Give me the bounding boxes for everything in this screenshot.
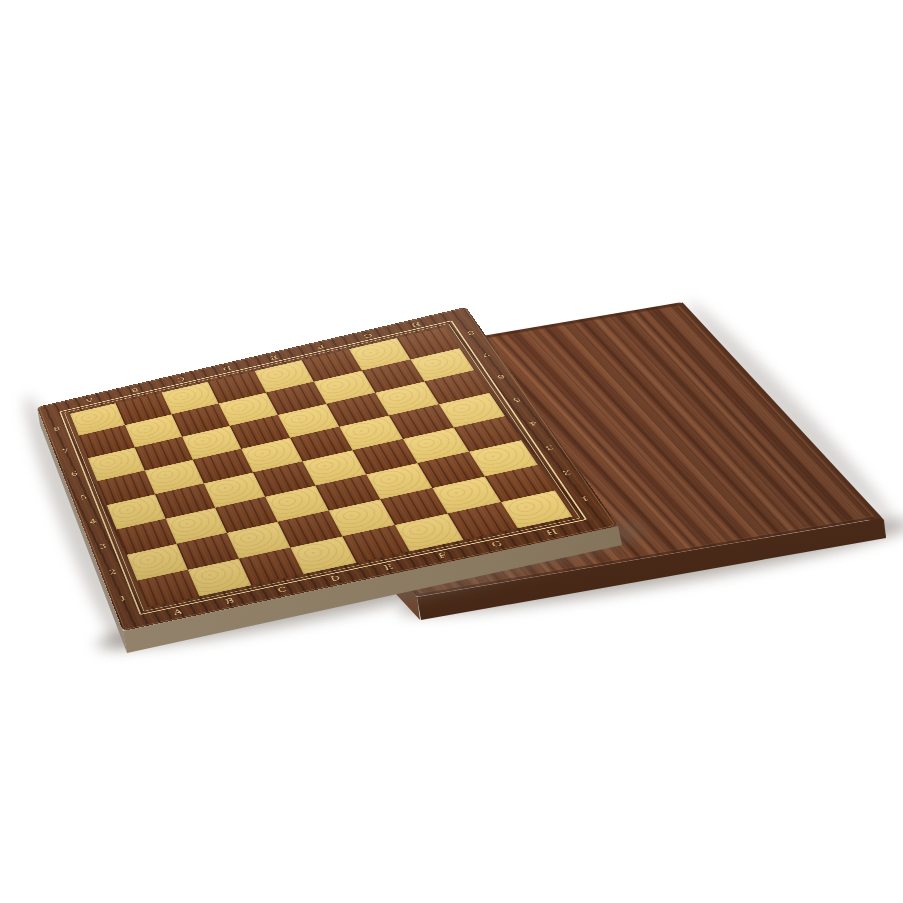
product-photo-scene: AABBCCDDEEFFGGHH8877665544332211 (0, 0, 903, 903)
